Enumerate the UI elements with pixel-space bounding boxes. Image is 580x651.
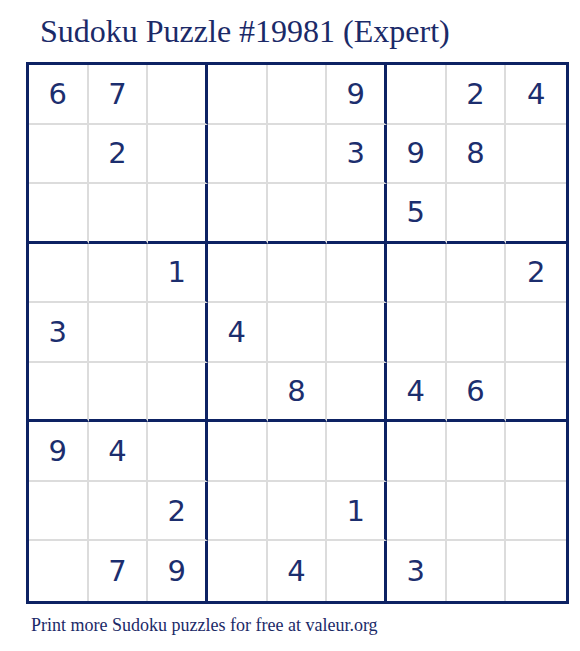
sudoku-grid: 6792423985123484694217943 (26, 62, 569, 604)
cell-r9c1 (29, 541, 89, 601)
cell-r2c4 (208, 125, 268, 185)
cell-r9c7: 3 (387, 541, 447, 601)
cell-r1c4 (208, 65, 268, 125)
cell-r6c8: 6 (447, 363, 507, 423)
cell-r6c6 (327, 363, 387, 423)
cell-r5c2 (89, 303, 149, 363)
cell-r9c5: 4 (268, 541, 328, 601)
cell-r6c3 (148, 363, 208, 423)
cell-r9c8 (447, 541, 507, 601)
cell-r2c3 (148, 125, 208, 185)
cell-r7c9 (506, 422, 566, 482)
cell-r6c4 (208, 363, 268, 423)
cell-r1c2: 7 (89, 65, 149, 125)
cell-r7c8 (447, 422, 507, 482)
cell-r9c4 (208, 541, 268, 601)
cell-r7c6 (327, 422, 387, 482)
cell-r1c3 (148, 65, 208, 125)
cell-r1c1: 6 (29, 65, 89, 125)
sudoku-print-page: Sudoku Puzzle #19981 (Expert) 6792423985… (0, 0, 580, 651)
cell-r2c2: 2 (89, 125, 149, 185)
cell-r3c8 (447, 184, 507, 244)
cell-r4c2 (89, 244, 149, 304)
cell-r4c4 (208, 244, 268, 304)
cell-r2c9 (506, 125, 566, 185)
cell-r3c9 (506, 184, 566, 244)
cell-r6c7: 4 (387, 363, 447, 423)
cell-r7c4 (208, 422, 268, 482)
cell-r8c2 (89, 482, 149, 542)
cell-r2c7: 9 (387, 125, 447, 185)
cell-r3c2 (89, 184, 149, 244)
cell-r7c5 (268, 422, 328, 482)
cell-r8c9 (506, 482, 566, 542)
cell-r8c8 (447, 482, 507, 542)
cell-r5c6 (327, 303, 387, 363)
cell-r9c9 (506, 541, 566, 601)
cell-r2c6: 3 (327, 125, 387, 185)
cell-r5c8 (447, 303, 507, 363)
cell-r4c3: 1 (148, 244, 208, 304)
cell-r1c6: 9 (327, 65, 387, 125)
cell-r4c7 (387, 244, 447, 304)
cell-r6c1 (29, 363, 89, 423)
cell-r8c3: 2 (148, 482, 208, 542)
cell-r3c7: 5 (387, 184, 447, 244)
cell-r5c3 (148, 303, 208, 363)
cell-r1c7 (387, 65, 447, 125)
page-title: Sudoku Puzzle #19981 (Expert) (40, 13, 450, 50)
cell-r4c9: 2 (506, 244, 566, 304)
cell-r8c1 (29, 482, 89, 542)
cell-r5c9 (506, 303, 566, 363)
cell-r5c4: 4 (208, 303, 268, 363)
cell-r4c8 (447, 244, 507, 304)
cell-r1c5 (268, 65, 328, 125)
cell-r4c6 (327, 244, 387, 304)
cell-r5c7 (387, 303, 447, 363)
cell-r7c3 (148, 422, 208, 482)
cell-r3c4 (208, 184, 268, 244)
cell-r5c1: 3 (29, 303, 89, 363)
cell-r3c1 (29, 184, 89, 244)
cell-r6c5: 8 (268, 363, 328, 423)
cell-r6c2 (89, 363, 149, 423)
cell-r8c4 (208, 482, 268, 542)
cell-r8c7 (387, 482, 447, 542)
cell-r3c5 (268, 184, 328, 244)
cell-r9c2: 7 (89, 541, 149, 601)
cell-r4c5 (268, 244, 328, 304)
cell-r9c6 (327, 541, 387, 601)
footer-text: Print more Sudoku puzzles for free at va… (31, 615, 378, 636)
cell-r2c5 (268, 125, 328, 185)
cell-r3c6 (327, 184, 387, 244)
cell-r6c9 (506, 363, 566, 423)
cell-r5c5 (268, 303, 328, 363)
cell-r1c8: 2 (447, 65, 507, 125)
cell-r2c1 (29, 125, 89, 185)
cell-r4c1 (29, 244, 89, 304)
cell-r1c9: 4 (506, 65, 566, 125)
cell-r8c6: 1 (327, 482, 387, 542)
cell-r8c5 (268, 482, 328, 542)
cell-r7c1: 9 (29, 422, 89, 482)
cell-r7c7 (387, 422, 447, 482)
cell-r2c8: 8 (447, 125, 507, 185)
cell-r3c3 (148, 184, 208, 244)
cell-r7c2: 4 (89, 422, 149, 482)
cell-r9c3: 9 (148, 541, 208, 601)
